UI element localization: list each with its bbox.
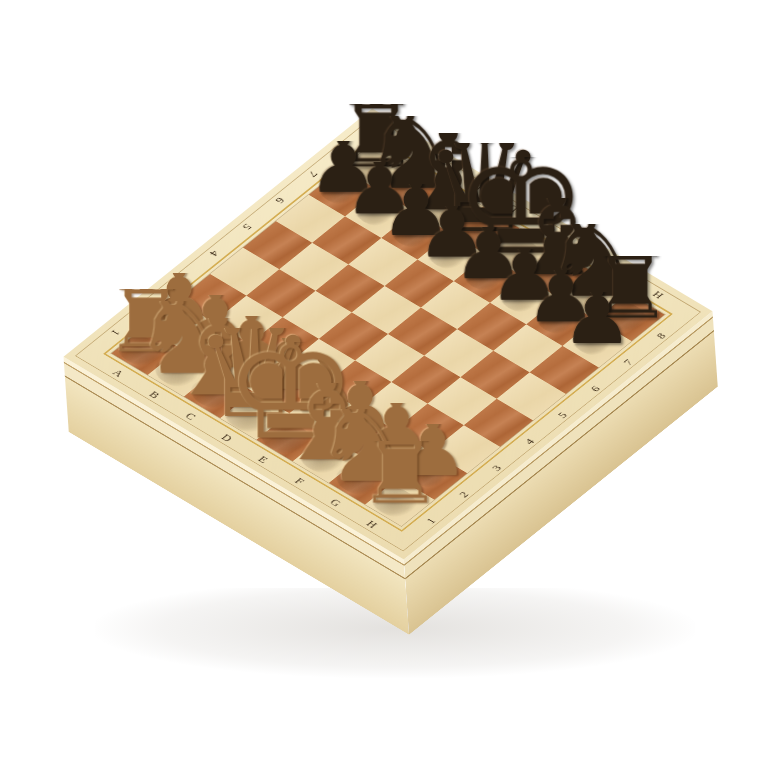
chess-board: AA88BB77CC66DD55EE44FF33GG22HH11 ♜♞♟♝♟♛♟…: [64, 109, 713, 560]
product-photo-stage: AA88BB77CC66DD55EE44FF33GG22HH11 ♜♞♟♝♟♛♟…: [0, 0, 775, 775]
piece-white-rook-h1[interactable]: ♜: [355, 440, 445, 502]
piece-black-pawn-h7[interactable]: ♟: [559, 292, 635, 344]
